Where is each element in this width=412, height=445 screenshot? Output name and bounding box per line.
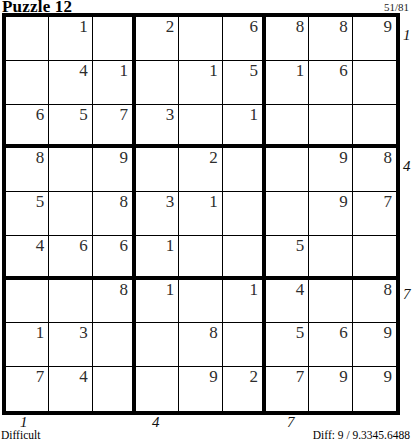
cell-r9c3[interactable] [93, 367, 136, 411]
cell-r7c8[interactable] [309, 280, 352, 324]
cell-r9c2[interactable]: 4 [49, 367, 92, 411]
cell-r4c2[interactable] [49, 148, 92, 192]
cell-digit: 9 [339, 368, 348, 386]
cell-digit: 9 [383, 18, 392, 36]
cell-digit: 6 [339, 62, 348, 80]
cell-r5c8[interactable]: 9 [309, 192, 352, 236]
cell-digit: 8 [209, 324, 218, 342]
cell-digit: 5 [296, 324, 305, 342]
cell-r5c2[interactable] [49, 192, 92, 236]
cell-r9c9[interactable]: 9 [353, 367, 396, 411]
cell-digit: 5 [296, 237, 305, 255]
cell-r2c7[interactable]: 1 [266, 61, 309, 105]
cell-digit: 7 [119, 106, 128, 124]
cell-r3c1[interactable]: 6 [6, 105, 49, 149]
cell-digit: 2 [166, 18, 175, 36]
cell-digit: 4 [79, 62, 88, 80]
cell-digit: 7 [296, 368, 305, 386]
cell-r2c6[interactable]: 5 [223, 61, 266, 105]
row-label-4: 4 [403, 158, 411, 175]
cell-digit: 3 [166, 193, 175, 211]
cell-r1c5[interactable] [179, 17, 222, 61]
cell-r4c1[interactable]: 8 [6, 148, 49, 192]
cell-r5c5[interactable]: 1 [179, 192, 222, 236]
cell-digit: 2 [209, 149, 218, 167]
cell-digit: 1 [209, 62, 218, 80]
cell-digit: 1 [249, 106, 258, 124]
cell-r1c1[interactable] [6, 17, 49, 61]
cell-r2c4[interactable] [136, 61, 179, 105]
cell-r7c2[interactable] [49, 280, 92, 324]
cell-r4c6[interactable] [223, 148, 266, 192]
cell-r5c9[interactable]: 7 [353, 192, 396, 236]
cell-r3c6[interactable]: 1 [223, 105, 266, 149]
row-label-1: 1 [403, 27, 411, 44]
cell-digit: 6 [79, 237, 88, 255]
cell-r4c9[interactable]: 8 [353, 148, 396, 192]
col-label-7: 7 [287, 414, 295, 431]
cell-r4c7[interactable] [266, 148, 309, 192]
cell-r6c3[interactable]: 6 [93, 236, 136, 280]
cell-digit: 5 [36, 193, 45, 211]
col-label-4: 4 [152, 414, 160, 431]
cell-r3c9[interactable] [353, 105, 396, 149]
cell-digit: 5 [79, 106, 88, 124]
cell-r9c5[interactable]: 9 [179, 367, 222, 411]
cell-r2c8[interactable]: 6 [309, 61, 352, 105]
row-label-7: 7 [403, 286, 411, 303]
cell-r3c3[interactable]: 7 [93, 105, 136, 149]
cell-digit: 8 [36, 149, 45, 167]
cell-r7c5[interactable] [179, 280, 222, 324]
cell-r1c9[interactable]: 9 [353, 17, 396, 61]
cell-digit: 4 [296, 281, 305, 299]
cell-r6c1[interactable]: 4 [6, 236, 49, 280]
cell-digit: 9 [209, 368, 218, 386]
cell-r6c4[interactable]: 1 [136, 236, 179, 280]
cell-digit: 6 [119, 237, 128, 255]
cell-r5c7[interactable] [266, 192, 309, 236]
cell-digit: 1 [36, 324, 45, 342]
cell-r9c7[interactable]: 7 [266, 367, 309, 411]
cell-r2c9[interactable] [353, 61, 396, 105]
difficulty-label: Difficult [1, 429, 40, 441]
cell-digit: 4 [36, 237, 45, 255]
cell-r5c4[interactable]: 3 [136, 192, 179, 236]
cell-r3c4[interactable]: 3 [136, 105, 179, 149]
cell-r9c6[interactable]: 2 [223, 367, 266, 411]
cell-r2c2[interactable]: 4 [49, 61, 92, 105]
cell-digit: 1 [166, 281, 175, 299]
cell-digit: 3 [166, 106, 175, 124]
cell-digit: 9 [339, 193, 348, 211]
cell-r1c7[interactable]: 8 [266, 17, 309, 61]
cell-r7c4[interactable]: 1 [136, 280, 179, 324]
cell-digit: 8 [119, 281, 128, 299]
cell-digit: 2 [249, 368, 258, 386]
cell-r6c8[interactable] [309, 236, 352, 280]
cell-r8c9[interactable]: 9 [353, 323, 396, 367]
cell-r4c8[interactable]: 9 [309, 148, 352, 192]
cell-r2c3[interactable]: 1 [93, 61, 136, 105]
cell-r3c7[interactable] [266, 105, 309, 149]
cell-r8c7[interactable]: 5 [266, 323, 309, 367]
cell-r8c3[interactable] [93, 323, 136, 367]
cell-r8c1[interactable]: 1 [6, 323, 49, 367]
cell-r4c3[interactable]: 9 [93, 148, 136, 192]
cell-r6c5[interactable] [179, 236, 222, 280]
cell-digit: 9 [119, 149, 128, 167]
cell-r8c6[interactable] [223, 323, 266, 367]
cell-r7c9[interactable]: 8 [353, 280, 396, 324]
cell-r6c2[interactable]: 6 [49, 236, 92, 280]
cell-digit: 6 [249, 18, 258, 36]
cell-r2c1[interactable] [6, 61, 49, 105]
cell-r6c7[interactable]: 5 [266, 236, 309, 280]
cell-digit: 3 [79, 324, 88, 342]
cell-digit: 8 [339, 18, 348, 36]
cell-r9c4[interactable] [136, 367, 179, 411]
cell-r6c9[interactable] [353, 236, 396, 280]
cell-r3c2[interactable]: 5 [49, 105, 92, 149]
cell-digit: 8 [383, 281, 392, 299]
cell-r7c3[interactable]: 8 [93, 280, 136, 324]
cell-digit: 4 [79, 368, 88, 386]
cell-r7c6[interactable]: 1 [223, 280, 266, 324]
cell-r8c8[interactable]: 6 [309, 323, 352, 367]
cell-r3c5[interactable] [179, 105, 222, 149]
cell-r6c6[interactable] [223, 236, 266, 280]
sudoku-board: 1268894115166573189298583197466158114813… [2, 13, 400, 415]
cell-digit: 1 [166, 237, 175, 255]
cell-digit: 5 [249, 62, 258, 80]
cell-digit: 1 [119, 62, 128, 80]
cell-digit: 7 [383, 193, 392, 211]
cell-digit: 1 [249, 281, 258, 299]
cell-r4c4[interactable] [136, 148, 179, 192]
cell-digit: 1 [79, 18, 88, 36]
cell-digit: 8 [383, 149, 392, 167]
cell-digit: 6 [36, 106, 45, 124]
cell-digit: 1 [209, 193, 218, 211]
cell-r5c1[interactable]: 5 [6, 192, 49, 236]
cell-r5c3[interactable]: 8 [93, 192, 136, 236]
cell-r1c6[interactable]: 6 [223, 17, 266, 61]
cell-digit: 6 [339, 324, 348, 342]
cell-r1c3[interactable] [93, 17, 136, 61]
cell-r3c8[interactable] [309, 105, 352, 149]
difficulty-stat: Diff: 9 / 9.3345.6488 [313, 429, 410, 441]
cell-r2c5[interactable]: 1 [179, 61, 222, 105]
cell-r7c1[interactable] [6, 280, 49, 324]
cell-r7c7[interactable]: 4 [266, 280, 309, 324]
cell-digit: 9 [383, 368, 392, 386]
cell-r9c1[interactable]: 7 [6, 367, 49, 411]
cell-digit: 8 [296, 18, 305, 36]
cell-r1c4[interactable]: 2 [136, 17, 179, 61]
cell-digit: 9 [383, 324, 392, 342]
cell-r8c4[interactable] [136, 323, 179, 367]
progress-counter: 51/81 [384, 1, 409, 13]
cell-digit: 8 [119, 193, 128, 211]
cell-r1c2[interactable]: 1 [49, 17, 92, 61]
cell-digit: 1 [296, 62, 305, 80]
cell-digit: 9 [339, 149, 348, 167]
cell-r9c8[interactable]: 9 [309, 367, 352, 411]
cell-r8c2[interactable]: 3 [49, 323, 92, 367]
cell-r1c8[interactable]: 8 [309, 17, 352, 61]
cell-r8c5[interactable]: 8 [179, 323, 222, 367]
cell-digit: 7 [36, 368, 45, 386]
cell-r5c6[interactable] [223, 192, 266, 236]
cell-r4c5[interactable]: 2 [179, 148, 222, 192]
